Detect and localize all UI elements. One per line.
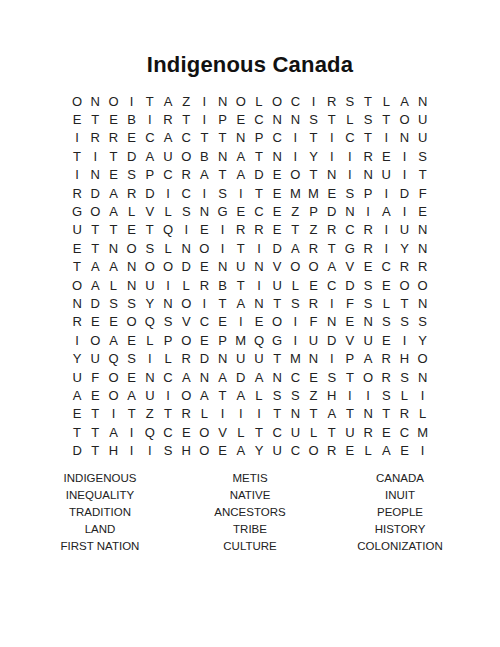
grid-cell-r20c17[interactable]: L bbox=[359, 441, 377, 459]
grid-cell-r14c2[interactable]: O bbox=[86, 331, 104, 349]
grid-cell-r16c5[interactable]: N bbox=[141, 368, 159, 386]
grid-cell-r2c10[interactable]: E bbox=[232, 110, 250, 128]
grid-cell-r19c18[interactable]: E bbox=[377, 423, 395, 441]
grid-cell-r3c2[interactable]: R bbox=[86, 129, 104, 147]
grid-cell-r15c6[interactable]: L bbox=[159, 349, 177, 367]
grid-cell-r18c20[interactable]: L bbox=[414, 405, 432, 423]
grid-cell-r3c18[interactable]: I bbox=[377, 129, 395, 147]
grid-cell-r12c11[interactable]: N bbox=[250, 294, 268, 312]
grid-cell-r13c8[interactable]: C bbox=[195, 313, 213, 331]
grid-cell-r19c15[interactable]: T bbox=[323, 423, 341, 441]
grid-cell-r10c3[interactable]: A bbox=[104, 258, 122, 276]
grid-cell-r12c14[interactable]: R bbox=[304, 294, 322, 312]
grid-cell-r3c5[interactable]: C bbox=[141, 129, 159, 147]
grid-cell-r6c2[interactable]: D bbox=[86, 184, 104, 202]
grid-cell-r7c15[interactable]: D bbox=[323, 202, 341, 220]
grid-cell-r9c6[interactable]: L bbox=[159, 239, 177, 257]
grid-cell-r3c10[interactable]: N bbox=[232, 129, 250, 147]
grid-cell-r17c13[interactable]: S bbox=[286, 386, 304, 404]
grid-cell-r1c20[interactable]: N bbox=[414, 92, 432, 110]
grid-cell-r4c4[interactable]: D bbox=[123, 147, 141, 165]
grid-cell-r16c8[interactable]: N bbox=[195, 368, 213, 386]
grid-cell-r2c18[interactable]: T bbox=[377, 110, 395, 128]
grid-cell-r15c13[interactable]: M bbox=[286, 349, 304, 367]
grid-cell-r12c6[interactable]: N bbox=[159, 294, 177, 312]
grid-cell-r11c9[interactable]: B bbox=[214, 276, 232, 294]
grid-cell-r10c5[interactable]: O bbox=[141, 258, 159, 276]
grid-cell-r2c15[interactable]: T bbox=[323, 110, 341, 128]
grid-cell-r14c1[interactable]: I bbox=[68, 331, 86, 349]
grid-cell-r17c20[interactable]: I bbox=[414, 386, 432, 404]
grid-cell-r2c13[interactable]: N bbox=[286, 110, 304, 128]
grid-cell-r8c13[interactable]: T bbox=[286, 221, 304, 239]
grid-cell-r15c12[interactable]: T bbox=[268, 349, 286, 367]
grid-cell-r20c20[interactable]: I bbox=[414, 441, 432, 459]
grid-cell-r16c12[interactable]: N bbox=[268, 368, 286, 386]
grid-cell-r4c15[interactable]: I bbox=[323, 147, 341, 165]
grid-cell-r20c9[interactable]: E bbox=[214, 441, 232, 459]
grid-cell-r15c8[interactable]: D bbox=[195, 349, 213, 367]
grid-cell-r20c16[interactable]: E bbox=[341, 441, 359, 459]
grid-cell-r8c11[interactable]: R bbox=[250, 221, 268, 239]
grid-cell-r14c5[interactable]: L bbox=[141, 331, 159, 349]
grid-cell-r5c15[interactable]: N bbox=[323, 166, 341, 184]
grid-cell-r8c3[interactable]: T bbox=[104, 221, 122, 239]
grid-cell-r19c9[interactable]: V bbox=[214, 423, 232, 441]
grid-cell-r5c11[interactable]: D bbox=[250, 166, 268, 184]
grid-cell-r5c12[interactable]: E bbox=[268, 166, 286, 184]
grid-cell-r16c17[interactable]: O bbox=[359, 368, 377, 386]
grid-cell-r13c20[interactable]: S bbox=[414, 313, 432, 331]
grid-cell-r1c4[interactable]: I bbox=[123, 92, 141, 110]
grid-cell-r8c15[interactable]: R bbox=[323, 221, 341, 239]
grid-cell-r9c15[interactable]: T bbox=[323, 239, 341, 257]
grid-cell-r20c10[interactable]: A bbox=[232, 441, 250, 459]
grid-cell-r16c6[interactable]: C bbox=[159, 368, 177, 386]
grid-cell-r1c17[interactable]: T bbox=[359, 92, 377, 110]
grid-cell-r15c5[interactable]: I bbox=[141, 349, 159, 367]
grid-cell-r20c19[interactable]: E bbox=[395, 441, 413, 459]
grid-cell-r11c2[interactable]: A bbox=[86, 276, 104, 294]
grid-cell-r11c12[interactable]: U bbox=[268, 276, 286, 294]
grid-cell-r20c11[interactable]: Y bbox=[250, 441, 268, 459]
grid-cell-r7c2[interactable]: O bbox=[86, 202, 104, 220]
grid-cell-r1c5[interactable]: T bbox=[141, 92, 159, 110]
grid-cell-r19c17[interactable]: R bbox=[359, 423, 377, 441]
grid-cell-r19c7[interactable]: E bbox=[177, 423, 195, 441]
grid-cell-r1c1[interactable]: O bbox=[68, 92, 86, 110]
grid-cell-r8c18[interactable]: I bbox=[377, 221, 395, 239]
grid-cell-r3c13[interactable]: I bbox=[286, 129, 304, 147]
grid-cell-r14c14[interactable]: U bbox=[304, 331, 322, 349]
grid-cell-r6c5[interactable]: D bbox=[141, 184, 159, 202]
grid-cell-r3c8[interactable]: T bbox=[195, 129, 213, 147]
grid-cell-r15c3[interactable]: Q bbox=[104, 349, 122, 367]
grid-cell-r12c17[interactable]: S bbox=[359, 294, 377, 312]
grid-cell-r11c16[interactable]: D bbox=[341, 276, 359, 294]
grid-cell-r6c19[interactable]: D bbox=[395, 184, 413, 202]
grid-cell-r15c16[interactable]: P bbox=[341, 349, 359, 367]
grid-cell-r11c15[interactable]: C bbox=[323, 276, 341, 294]
grid-cell-r13c1[interactable]: R bbox=[68, 313, 86, 331]
grid-cell-r13c7[interactable]: V bbox=[177, 313, 195, 331]
grid-cell-r12c1[interactable]: N bbox=[68, 294, 86, 312]
grid-cell-r2c2[interactable]: T bbox=[86, 110, 104, 128]
grid-cell-r7c19[interactable]: I bbox=[395, 202, 413, 220]
grid-cell-r8c16[interactable]: C bbox=[341, 221, 359, 239]
grid-cell-r12c16[interactable]: F bbox=[341, 294, 359, 312]
grid-cell-r6c15[interactable]: E bbox=[323, 184, 341, 202]
grid-cell-r7c1[interactable]: G bbox=[68, 202, 86, 220]
grid-cell-r5c1[interactable]: I bbox=[68, 166, 86, 184]
grid-cell-r8c2[interactable]: T bbox=[86, 221, 104, 239]
grid-cell-r6c12[interactable]: E bbox=[268, 184, 286, 202]
grid-cell-r1c11[interactable]: L bbox=[250, 92, 268, 110]
grid-cell-r19c3[interactable]: A bbox=[104, 423, 122, 441]
grid-cell-r20c12[interactable]: U bbox=[268, 441, 286, 459]
grid-cell-r5c2[interactable]: N bbox=[86, 166, 104, 184]
grid-cell-r2c12[interactable]: N bbox=[268, 110, 286, 128]
grid-cell-r17c4[interactable]: A bbox=[123, 386, 141, 404]
grid-cell-r10c4[interactable]: N bbox=[123, 258, 141, 276]
grid-cell-r4c12[interactable]: N bbox=[268, 147, 286, 165]
grid-cell-r10c17[interactable]: E bbox=[359, 258, 377, 276]
grid-cell-r15c4[interactable]: S bbox=[123, 349, 141, 367]
grid-cell-r18c9[interactable]: I bbox=[214, 405, 232, 423]
grid-cell-r15c1[interactable]: Y bbox=[68, 349, 86, 367]
grid-cell-r1c18[interactable]: L bbox=[377, 92, 395, 110]
grid-cell-r4c2[interactable]: I bbox=[86, 147, 104, 165]
grid-cell-r6c11[interactable]: T bbox=[250, 184, 268, 202]
grid-cell-r15c9[interactable]: N bbox=[214, 349, 232, 367]
grid-cell-r14c4[interactable]: E bbox=[123, 331, 141, 349]
grid-cell-r16c3[interactable]: O bbox=[104, 368, 122, 386]
grid-cell-r13c6[interactable]: S bbox=[159, 313, 177, 331]
grid-cell-r10c6[interactable]: O bbox=[159, 258, 177, 276]
grid-cell-r3c7[interactable]: C bbox=[177, 129, 195, 147]
grid-cell-r17c19[interactable]: L bbox=[395, 386, 413, 404]
grid-cell-r7c18[interactable]: A bbox=[377, 202, 395, 220]
grid-cell-r7c13[interactable]: Z bbox=[286, 202, 304, 220]
grid-cell-r8c4[interactable]: E bbox=[123, 221, 141, 239]
grid-cell-r12c5[interactable]: Y bbox=[141, 294, 159, 312]
grid-cell-r6c16[interactable]: S bbox=[341, 184, 359, 202]
grid-cell-r17c1[interactable]: A bbox=[68, 386, 86, 404]
grid-cell-r9c20[interactable]: N bbox=[414, 239, 432, 257]
grid-cell-r8c5[interactable]: T bbox=[141, 221, 159, 239]
grid-cell-r13c5[interactable]: Q bbox=[141, 313, 159, 331]
grid-cell-r11c18[interactable]: E bbox=[377, 276, 395, 294]
grid-cell-r10c13[interactable]: O bbox=[286, 258, 304, 276]
grid-cell-r9c17[interactable]: R bbox=[359, 239, 377, 257]
grid-cell-r17c14[interactable]: Z bbox=[304, 386, 322, 404]
grid-cell-r6c8[interactable]: I bbox=[195, 184, 213, 202]
grid-cell-r14c19[interactable]: I bbox=[395, 331, 413, 349]
grid-cell-r11c11[interactable]: I bbox=[250, 276, 268, 294]
grid-cell-r7c10[interactable]: E bbox=[232, 202, 250, 220]
grid-cell-r17c12[interactable]: S bbox=[268, 386, 286, 404]
grid-cell-r8c6[interactable]: Q bbox=[159, 221, 177, 239]
grid-cell-r7c8[interactable]: N bbox=[195, 202, 213, 220]
grid-cell-r20c14[interactable]: O bbox=[304, 441, 322, 459]
grid-cell-r9c5[interactable]: S bbox=[141, 239, 159, 257]
grid-cell-r8c19[interactable]: U bbox=[395, 221, 413, 239]
grid-cell-r18c4[interactable]: T bbox=[123, 405, 141, 423]
grid-cell-r12c19[interactable]: T bbox=[395, 294, 413, 312]
grid-cell-r4c3[interactable]: T bbox=[104, 147, 122, 165]
grid-cell-r13c19[interactable]: S bbox=[395, 313, 413, 331]
grid-cell-r20c13[interactable]: C bbox=[286, 441, 304, 459]
grid-cell-r14c16[interactable]: V bbox=[341, 331, 359, 349]
grid-cell-r11c10[interactable]: T bbox=[232, 276, 250, 294]
grid-cell-r18c15[interactable]: A bbox=[323, 405, 341, 423]
grid-cell-r20c2[interactable]: T bbox=[86, 441, 104, 459]
grid-cell-r11c3[interactable]: L bbox=[104, 276, 122, 294]
grid-cell-r9c10[interactable]: T bbox=[232, 239, 250, 257]
grid-cell-r7c16[interactable]: N bbox=[341, 202, 359, 220]
grid-cell-r5c16[interactable]: I bbox=[341, 166, 359, 184]
grid-cell-r13c15[interactable]: N bbox=[323, 313, 341, 331]
grid-cell-r12c4[interactable]: S bbox=[123, 294, 141, 312]
grid-cell-r15c7[interactable]: R bbox=[177, 349, 195, 367]
grid-cell-r17c17[interactable]: I bbox=[359, 386, 377, 404]
grid-cell-r13c4[interactable]: O bbox=[123, 313, 141, 331]
grid-cell-r18c14[interactable]: T bbox=[304, 405, 322, 423]
grid-cell-r3c15[interactable]: I bbox=[323, 129, 341, 147]
grid-cell-r5c9[interactable]: T bbox=[214, 166, 232, 184]
grid-cell-r11c8[interactable]: R bbox=[195, 276, 213, 294]
grid-cell-r10c8[interactable]: E bbox=[195, 258, 213, 276]
grid-cell-r6c7[interactable]: C bbox=[177, 184, 195, 202]
grid-cell-r9c13[interactable]: A bbox=[286, 239, 304, 257]
grid-cell-r13c16[interactable]: E bbox=[341, 313, 359, 331]
grid-cell-r9c11[interactable]: I bbox=[250, 239, 268, 257]
grid-cell-r9c2[interactable]: T bbox=[86, 239, 104, 257]
grid-cell-r10c16[interactable]: V bbox=[341, 258, 359, 276]
grid-cell-r14c17[interactable]: U bbox=[359, 331, 377, 349]
grid-cell-r4c8[interactable]: B bbox=[195, 147, 213, 165]
grid-cell-r17c3[interactable]: O bbox=[104, 386, 122, 404]
grid-cell-r12c15[interactable]: I bbox=[323, 294, 341, 312]
grid-cell-r11c4[interactable]: N bbox=[123, 276, 141, 294]
grid-cell-r10c19[interactable]: R bbox=[395, 258, 413, 276]
grid-cell-r12c13[interactable]: S bbox=[286, 294, 304, 312]
grid-cell-r7c4[interactable]: L bbox=[123, 202, 141, 220]
grid-cell-r10c10[interactable]: U bbox=[232, 258, 250, 276]
grid-cell-r5c14[interactable]: T bbox=[304, 166, 322, 184]
grid-cell-r3c9[interactable]: T bbox=[214, 129, 232, 147]
grid-cell-r5c5[interactable]: P bbox=[141, 166, 159, 184]
grid-cell-r2c3[interactable]: E bbox=[104, 110, 122, 128]
grid-cell-r2c16[interactable]: L bbox=[341, 110, 359, 128]
grid-cell-r9c14[interactable]: R bbox=[304, 239, 322, 257]
grid-cell-r19c5[interactable]: Q bbox=[141, 423, 159, 441]
grid-cell-r5c18[interactable]: U bbox=[377, 166, 395, 184]
grid-cell-r1c8[interactable]: I bbox=[195, 92, 213, 110]
grid-cell-r19c13[interactable]: U bbox=[286, 423, 304, 441]
grid-cell-r18c2[interactable]: T bbox=[86, 405, 104, 423]
grid-cell-r3c1[interactable]: I bbox=[68, 129, 86, 147]
grid-cell-r6c9[interactable]: S bbox=[214, 184, 232, 202]
grid-cell-r2c17[interactable]: S bbox=[359, 110, 377, 128]
grid-cell-r19c8[interactable]: O bbox=[195, 423, 213, 441]
grid-cell-r11c6[interactable]: I bbox=[159, 276, 177, 294]
grid-cell-r10c18[interactable]: C bbox=[377, 258, 395, 276]
grid-cell-r19c6[interactable]: C bbox=[159, 423, 177, 441]
grid-cell-r12c18[interactable]: L bbox=[377, 294, 395, 312]
grid-cell-r2c14[interactable]: S bbox=[304, 110, 322, 128]
grid-cell-r1c19[interactable]: A bbox=[395, 92, 413, 110]
grid-cell-r15c11[interactable]: U bbox=[250, 349, 268, 367]
grid-cell-r3c20[interactable]: U bbox=[414, 129, 432, 147]
grid-cell-r2c11[interactable]: C bbox=[250, 110, 268, 128]
grid-cell-r20c6[interactable]: S bbox=[159, 441, 177, 459]
grid-cell-r13c14[interactable]: F bbox=[304, 313, 322, 331]
grid-cell-r18c6[interactable]: T bbox=[159, 405, 177, 423]
grid-cell-r13c10[interactable]: I bbox=[232, 313, 250, 331]
grid-cell-r5c20[interactable]: T bbox=[414, 166, 432, 184]
grid-cell-r11c7[interactable]: L bbox=[177, 276, 195, 294]
grid-cell-r19c12[interactable]: C bbox=[268, 423, 286, 441]
grid-cell-r8c9[interactable]: I bbox=[214, 221, 232, 239]
grid-cell-r9c18[interactable]: I bbox=[377, 239, 395, 257]
grid-cell-r3c19[interactable]: N bbox=[395, 129, 413, 147]
grid-cell-r1c13[interactable]: C bbox=[286, 92, 304, 110]
grid-cell-r9c19[interactable]: Y bbox=[395, 239, 413, 257]
grid-cell-r16c20[interactable]: N bbox=[414, 368, 432, 386]
grid-cell-r14c15[interactable]: D bbox=[323, 331, 341, 349]
grid-cell-r5c8[interactable]: A bbox=[195, 166, 213, 184]
grid-cell-r4c18[interactable]: E bbox=[377, 147, 395, 165]
grid-cell-r17c15[interactable]: H bbox=[323, 386, 341, 404]
grid-cell-r8c12[interactable]: E bbox=[268, 221, 286, 239]
grid-cell-r18c18[interactable]: T bbox=[377, 405, 395, 423]
grid-cell-r18c12[interactable]: T bbox=[268, 405, 286, 423]
grid-cell-r9c3[interactable]: N bbox=[104, 239, 122, 257]
grid-cell-r16c1[interactable]: U bbox=[68, 368, 86, 386]
grid-cell-r16c11[interactable]: A bbox=[250, 368, 268, 386]
grid-cell-r13c18[interactable]: S bbox=[377, 313, 395, 331]
grid-cell-r16c18[interactable]: R bbox=[377, 368, 395, 386]
grid-cell-r17c2[interactable]: E bbox=[86, 386, 104, 404]
grid-cell-r10c1[interactable]: T bbox=[68, 258, 86, 276]
grid-cell-r1c14[interactable]: I bbox=[304, 92, 322, 110]
grid-cell-r11c20[interactable]: O bbox=[414, 276, 432, 294]
grid-cell-r14c7[interactable]: O bbox=[177, 331, 195, 349]
grid-cell-r18c8[interactable]: L bbox=[195, 405, 213, 423]
grid-cell-r14c9[interactable]: P bbox=[214, 331, 232, 349]
grid-cell-r17c8[interactable]: A bbox=[195, 386, 213, 404]
grid-cell-r6c14[interactable]: M bbox=[304, 184, 322, 202]
grid-cell-r10c9[interactable]: N bbox=[214, 258, 232, 276]
grid-cell-r5c4[interactable]: S bbox=[123, 166, 141, 184]
grid-cell-r1c9[interactable]: N bbox=[214, 92, 232, 110]
grid-cell-r7c12[interactable]: E bbox=[268, 202, 286, 220]
grid-cell-r19c2[interactable]: T bbox=[86, 423, 104, 441]
grid-cell-r1c12[interactable]: O bbox=[268, 92, 286, 110]
grid-cell-r17c5[interactable]: U bbox=[141, 386, 159, 404]
grid-cell-r6c20[interactable]: F bbox=[414, 184, 432, 202]
grid-cell-r18c11[interactable]: I bbox=[250, 405, 268, 423]
grid-cell-r4c10[interactable]: A bbox=[232, 147, 250, 165]
grid-cell-r1c16[interactable]: S bbox=[341, 92, 359, 110]
grid-cell-r11c17[interactable]: S bbox=[359, 276, 377, 294]
grid-cell-r9c4[interactable]: O bbox=[123, 239, 141, 257]
grid-cell-r15c2[interactable]: U bbox=[86, 349, 104, 367]
grid-cell-r14c13[interactable]: I bbox=[286, 331, 304, 349]
grid-cell-r16c15[interactable]: S bbox=[323, 368, 341, 386]
grid-cell-r17c11[interactable]: L bbox=[250, 386, 268, 404]
grid-cell-r8c1[interactable]: U bbox=[68, 221, 86, 239]
grid-cell-r9c7[interactable]: N bbox=[177, 239, 195, 257]
grid-cell-r5c17[interactable]: N bbox=[359, 166, 377, 184]
grid-cell-r7c20[interactable]: E bbox=[414, 202, 432, 220]
grid-cell-r4c19[interactable]: I bbox=[395, 147, 413, 165]
grid-cell-r15c10[interactable]: U bbox=[232, 349, 250, 367]
grid-cell-r15c17[interactable]: A bbox=[359, 349, 377, 367]
grid-cell-r12c2[interactable]: D bbox=[86, 294, 104, 312]
grid-cell-r10c7[interactable]: D bbox=[177, 258, 195, 276]
grid-cell-r18c3[interactable]: I bbox=[104, 405, 122, 423]
grid-cell-r13c17[interactable]: N bbox=[359, 313, 377, 331]
grid-cell-r17c7[interactable]: O bbox=[177, 386, 195, 404]
grid-cell-r13c3[interactable]: E bbox=[104, 313, 122, 331]
grid-cell-r17c18[interactable]: S bbox=[377, 386, 395, 404]
grid-cell-r19c1[interactable]: T bbox=[68, 423, 86, 441]
grid-cell-r5c6[interactable]: C bbox=[159, 166, 177, 184]
grid-cell-r15c15[interactable]: I bbox=[323, 349, 341, 367]
grid-cell-r16c4[interactable]: E bbox=[123, 368, 141, 386]
grid-cell-r20c4[interactable]: I bbox=[123, 441, 141, 459]
grid-cell-r4c5[interactable]: A bbox=[141, 147, 159, 165]
grid-cell-r2c9[interactable]: P bbox=[214, 110, 232, 128]
grid-cell-r6c18[interactable]: I bbox=[377, 184, 395, 202]
grid-cell-r4c1[interactable]: T bbox=[68, 147, 86, 165]
grid-cell-r15c18[interactable]: R bbox=[377, 349, 395, 367]
grid-cell-r4c20[interactable]: S bbox=[414, 147, 432, 165]
grid-cell-r11c13[interactable]: L bbox=[286, 276, 304, 294]
grid-cell-r1c7[interactable]: Z bbox=[177, 92, 195, 110]
grid-cell-r11c5[interactable]: U bbox=[141, 276, 159, 294]
grid-cell-r16c14[interactable]: E bbox=[304, 368, 322, 386]
grid-cell-r16c2[interactable]: F bbox=[86, 368, 104, 386]
grid-cell-r14c6[interactable]: P bbox=[159, 331, 177, 349]
grid-cell-r6c1[interactable]: R bbox=[68, 184, 86, 202]
grid-cell-r5c13[interactable]: O bbox=[286, 166, 304, 184]
grid-cell-r7c3[interactable]: A bbox=[104, 202, 122, 220]
grid-cell-r7c11[interactable]: C bbox=[250, 202, 268, 220]
grid-cell-r14c3[interactable]: A bbox=[104, 331, 122, 349]
grid-cell-r3c14[interactable]: T bbox=[304, 129, 322, 147]
grid-cell-r14c20[interactable]: Y bbox=[414, 331, 432, 349]
grid-cell-r19c16[interactable]: U bbox=[341, 423, 359, 441]
grid-cell-r2c8[interactable]: I bbox=[195, 110, 213, 128]
grid-cell-r4c16[interactable]: I bbox=[341, 147, 359, 165]
grid-cell-r5c19[interactable]: I bbox=[395, 166, 413, 184]
grid-cell-r19c19[interactable]: C bbox=[395, 423, 413, 441]
grid-cell-r15c14[interactable]: N bbox=[304, 349, 322, 367]
grid-cell-r20c5[interactable]: I bbox=[141, 441, 159, 459]
grid-cell-r14c12[interactable]: G bbox=[268, 331, 286, 349]
grid-cell-r8c14[interactable]: Z bbox=[304, 221, 322, 239]
grid-cell-r20c18[interactable]: A bbox=[377, 441, 395, 459]
grid-cell-r16c7[interactable]: A bbox=[177, 368, 195, 386]
grid-cell-r16c13[interactable]: C bbox=[286, 368, 304, 386]
grid-cell-r20c7[interactable]: H bbox=[177, 441, 195, 459]
grid-cell-r2c19[interactable]: O bbox=[395, 110, 413, 128]
grid-cell-r19c20[interactable]: M bbox=[414, 423, 432, 441]
grid-cell-r9c1[interactable]: E bbox=[68, 239, 86, 257]
